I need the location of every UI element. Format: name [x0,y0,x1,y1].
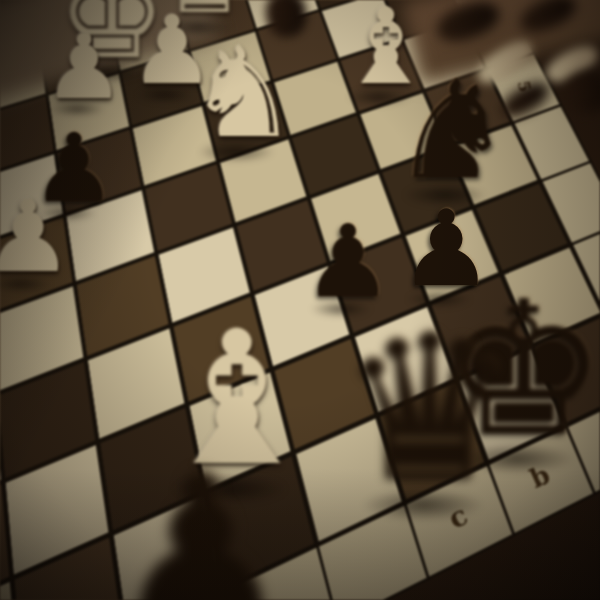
piece-white-knight-d6[interactable]: ♞ [187,30,299,155]
chessboard-photo: bc5 ♛♚♟♝♟♞♞♟♟♟♟♚♝♛♟ [0,0,600,600]
piece-black-queen-c1[interactable]: ♛ [340,308,519,508]
piece-black-pawn-e1[interactable]: ♟ [112,448,291,600]
piece-white-pawn-f7[interactable]: ♟ [44,22,125,112]
piece-black-knight-a5[interactable]: ♞ [391,63,512,198]
piece-white-pawn-g5[interactable]: ♟ [0,187,73,287]
